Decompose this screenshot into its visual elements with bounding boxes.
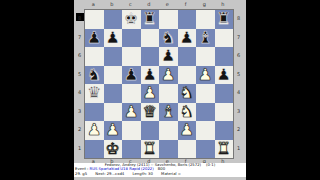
square-e1[interactable]	[159, 140, 178, 159]
square-e5[interactable]: ♟	[159, 66, 178, 85]
black-knight[interactable]: ♞	[161, 29, 175, 48]
game-length: Length: 30	[132, 171, 152, 176]
rank-label-1: 1	[76, 139, 83, 158]
square-b7[interactable]: ♟	[104, 29, 123, 48]
rank-label-6: 6	[235, 46, 242, 65]
black-king[interactable]: ♚	[124, 10, 138, 29]
square-f6[interactable]	[178, 47, 197, 66]
chess-app-window: abcdefgh 87654321 87654321 abcdefgh ♚♜♜♟…	[74, 0, 246, 180]
material-balance: Material =	[161, 171, 181, 176]
rank-labels-left: 87654321	[76, 9, 83, 157]
square-a7[interactable]: ♟	[85, 29, 104, 48]
black-pawn[interactable]: ♟	[124, 66, 138, 85]
last-move: 29. g5	[75, 171, 87, 176]
square-h3[interactable]	[215, 103, 234, 122]
file-label-c: c	[121, 1, 140, 8]
black-knight[interactable]: ♞	[87, 66, 101, 85]
square-c6[interactable]	[122, 47, 141, 66]
square-b1[interactable]: ♚	[104, 140, 123, 159]
file-label-e: e	[158, 1, 177, 8]
white-knight[interactable]: ♞	[180, 103, 194, 122]
square-b5[interactable]	[104, 66, 123, 85]
square-h6[interactable]	[215, 47, 234, 66]
black-queen[interactable]: ♛	[87, 84, 101, 103]
white-queen[interactable]: ♛	[143, 103, 157, 122]
black-pawn[interactable]: ♟	[217, 66, 231, 85]
square-g4[interactable]	[196, 84, 215, 103]
square-f2[interactable]: ♟	[178, 121, 197, 140]
square-b2[interactable]: ♟	[104, 121, 123, 140]
square-a5[interactable]: ♞	[85, 66, 104, 85]
black-pawn[interactable]: ♟	[180, 29, 194, 48]
square-c2[interactable]	[122, 121, 141, 140]
square-g6[interactable]	[196, 47, 215, 66]
white-rook[interactable]: ♜	[217, 140, 231, 159]
square-h4[interactable]	[215, 84, 234, 103]
square-a2[interactable]: ♟	[85, 121, 104, 140]
white-pawn[interactable]: ♟	[143, 84, 157, 103]
square-g3[interactable]	[196, 103, 215, 122]
rank-label-5: 5	[76, 65, 83, 84]
video-frame: abcdefgh 87654321 87654321 abcdefgh ♚♜♜♟…	[0, 0, 320, 180]
square-d1[interactable]: ♜	[141, 140, 160, 159]
rank-label-8: 8	[235, 9, 242, 28]
black-bishop[interactable]: ♝	[198, 29, 212, 48]
file-label-a: a	[84, 1, 103, 8]
rank-label-2: 2	[76, 120, 83, 139]
file-label-g: g	[195, 1, 214, 8]
next-move: Next: 29...cxd4	[95, 171, 124, 176]
white-king[interactable]: ♚	[106, 140, 120, 159]
square-c5[interactable]: ♟	[122, 66, 141, 85]
black-rook[interactable]: ♜	[217, 10, 231, 29]
square-g8[interactable]	[196, 10, 215, 29]
white-pawn[interactable]: ♟	[198, 66, 212, 85]
square-f7[interactable]: ♟	[178, 29, 197, 48]
black-rook[interactable]: ♜	[143, 10, 157, 29]
square-g1[interactable]	[196, 140, 215, 159]
square-b3[interactable]	[104, 103, 123, 122]
game-result: (0-1)	[206, 163, 215, 167]
rank-label-8: 8	[76, 9, 83, 28]
square-e4[interactable]	[159, 84, 178, 103]
square-e6[interactable]: ♟	[159, 47, 178, 66]
file-labels-top: abcdefgh	[84, 1, 232, 8]
rank-label-7: 7	[235, 28, 242, 47]
square-h7[interactable]	[215, 29, 234, 48]
square-a6[interactable]	[85, 47, 104, 66]
square-f4[interactable]: ♞	[178, 84, 197, 103]
square-d4[interactable]: ♟	[141, 84, 160, 103]
square-e2[interactable]	[159, 121, 178, 140]
rank-label-3: 3	[76, 102, 83, 121]
square-a3[interactable]	[85, 103, 104, 122]
black-pawn[interactable]: ♟	[106, 29, 120, 48]
black-pawn[interactable]: ♟	[87, 29, 101, 48]
rank-label-6: 6	[76, 46, 83, 65]
square-h5[interactable]: ♟	[215, 66, 234, 85]
rank-label-3: 3	[235, 102, 242, 121]
white-pawn[interactable]: ♟	[180, 121, 194, 140]
square-c4[interactable]	[122, 84, 141, 103]
square-c3[interactable]: ♟	[122, 103, 141, 122]
rank-label-5: 5	[235, 65, 242, 84]
square-a1[interactable]	[85, 140, 104, 159]
rank-label-2: 2	[235, 120, 242, 139]
white-pawn[interactable]: ♟	[124, 103, 138, 122]
rank-labels-right: 87654321	[235, 9, 242, 157]
chess-board[interactable]: ♚♜♜♟♟♞♟♝♟♞♟♟♟♟♟♛♟♞♟♛♝♞♟♟♟♚♜♜	[84, 9, 234, 159]
file-label-d: d	[140, 1, 159, 8]
square-c8[interactable]: ♚	[122, 10, 141, 29]
square-f8[interactable]	[178, 10, 197, 29]
square-h1[interactable]: ♜	[215, 140, 234, 159]
white-pawn[interactable]: ♟	[87, 121, 101, 140]
white-bishop[interactable]: ♝	[161, 103, 175, 122]
square-f3[interactable]: ♞	[178, 103, 197, 122]
square-g2[interactable]	[196, 121, 215, 140]
black-pawn[interactable]: ♟	[161, 47, 175, 66]
square-e7[interactable]: ♞	[159, 29, 178, 48]
square-d5[interactable]: ♟	[141, 66, 160, 85]
square-e3[interactable]: ♝	[159, 103, 178, 122]
square-g5[interactable]: ♟	[196, 66, 215, 85]
square-c7[interactable]	[122, 29, 141, 48]
file-label-f: f	[177, 1, 196, 8]
game-info-panel: Fedorov, Andrey (2411) -- Savchenko, Bor…	[74, 163, 246, 177]
square-f5[interactable]	[178, 66, 197, 85]
square-f1[interactable]	[178, 140, 197, 159]
file-label-b: b	[103, 1, 122, 8]
square-h8[interactable]: ♜	[215, 10, 234, 29]
square-a4[interactable]: ♛	[85, 84, 104, 103]
white-pawn[interactable]: ♟	[106, 121, 120, 140]
square-d2[interactable]	[141, 121, 160, 140]
square-a8[interactable]	[85, 10, 104, 29]
square-d3[interactable]: ♛	[141, 103, 160, 122]
square-g7[interactable]: ♝	[196, 29, 215, 48]
square-e8[interactable]	[159, 10, 178, 29]
rank-label-7: 7	[76, 28, 83, 47]
square-c1[interactable]	[122, 140, 141, 159]
black-pawn[interactable]: ♟	[143, 66, 157, 85]
white-pawn[interactable]: ♟	[161, 66, 175, 85]
file-label-h: h	[214, 1, 233, 8]
square-b8[interactable]	[104, 10, 123, 29]
square-d7[interactable]	[141, 29, 160, 48]
rank-label-4: 4	[235, 83, 242, 102]
white-knight[interactable]: ♞	[180, 84, 194, 103]
move-status-line: 29. g5 Next: 29...cxd4 Length: 30 Materi…	[74, 172, 246, 176]
square-b4[interactable]	[104, 84, 123, 103]
rank-label-1: 1	[235, 139, 242, 158]
square-h2[interactable]	[215, 121, 234, 140]
square-b6[interactable]	[104, 47, 123, 66]
square-d6[interactable]	[141, 47, 160, 66]
white-rook[interactable]: ♜	[143, 140, 157, 159]
rank-label-4: 4	[76, 83, 83, 102]
square-d8[interactable]: ♜	[141, 10, 160, 29]
